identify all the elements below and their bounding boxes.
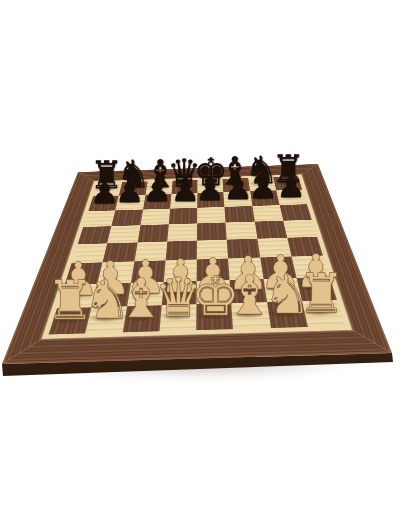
piece-shadow: [93, 185, 117, 191]
white-pawn-c2: ♟: [125, 254, 166, 300]
photo-stage: ♜♞♝♛♚♝♞♜♟♟♟♟♟♟♟♟♟♟♟♟♟♟♟♟♜♞♝♛♚♝♞♜: [0, 0, 400, 520]
piece-shadow: [275, 180, 299, 186]
white-pawn-a2: ♟: [58, 256, 99, 302]
piece-shadow: [51, 315, 84, 324]
piece-shadow: [230, 310, 263, 319]
black-king-e8: ♚: [194, 153, 228, 191]
piece-shadow: [159, 312, 192, 321]
piece-shadow: [88, 314, 121, 323]
piece-shadow: [299, 284, 328, 291]
black-rook-a8: ♜: [90, 157, 124, 195]
black-bishop-c8: ♝: [143, 155, 177, 193]
piece-shadow: [170, 183, 194, 189]
piece-shadow: [198, 196, 218, 201]
black-pawn-e7: ♟: [195, 171, 225, 204]
pieces-layer: ♜♞♝♛♚♝♞♜♟♟♟♟♟♟♟♟♟♟♟♟♟♟♟♟♜♞♝♛♚♝♞♜: [0, 0, 400, 520]
piece-shadow: [122, 313, 155, 322]
piece-shadow: [62, 291, 91, 298]
piece-shadow: [196, 311, 229, 320]
piece-shadow: [118, 199, 138, 204]
white-rook-h1: ♜: [297, 267, 345, 321]
black-pawn-d7: ♟: [170, 172, 200, 205]
black-pawn-g7: ♟: [248, 170, 278, 203]
white-pawn-g2: ♟: [260, 250, 301, 296]
black-pawn-f7: ♟: [223, 170, 253, 203]
piece-shadow: [196, 287, 225, 294]
black-queen-d8: ♛: [167, 154, 201, 192]
white-king-e1: ♚: [191, 270, 239, 324]
white-knight-g1: ♞: [263, 268, 311, 322]
white-pawn-h2: ♟: [295, 249, 336, 295]
piece-shadow: [93, 200, 113, 205]
white-pawn-d2: ♟: [160, 253, 201, 299]
piece-shadow: [94, 290, 123, 297]
piece-shadow: [129, 289, 158, 296]
piece-shadow: [147, 184, 171, 190]
black-knight-g8: ♞: [245, 152, 279, 190]
white-rook-a1: ♜: [46, 274, 94, 328]
black-pawn-a7: ♟: [90, 175, 120, 208]
black-bishop-f8: ♝: [218, 152, 252, 190]
black-pawn-h7: ♟: [276, 169, 306, 202]
piece-shadow: [248, 180, 272, 186]
black-knight-b8: ♞: [116, 156, 150, 194]
white-knight-b1: ♞: [83, 273, 131, 327]
piece-shadow: [302, 308, 335, 317]
white-pawn-b2: ♟: [90, 255, 131, 301]
piece-shadow: [221, 181, 245, 187]
piece-shadow: [268, 309, 301, 318]
black-pawn-c7: ♟: [142, 173, 172, 206]
piece-shadow: [226, 196, 246, 201]
piece-shadow: [120, 185, 144, 191]
black-rook-h8: ♜: [272, 151, 306, 189]
white-bishop-f1: ♝: [226, 269, 274, 323]
piece-shadow: [197, 182, 221, 188]
piece-shadow: [173, 197, 193, 202]
piece-shadow: [279, 194, 299, 199]
piece-shadow: [164, 288, 193, 295]
white-bishop-c1: ♝: [117, 272, 165, 326]
white-queen-d1: ♛: [154, 271, 202, 325]
piece-shadow: [264, 285, 293, 292]
piece-shadow: [145, 198, 165, 203]
piece-shadow: [232, 286, 261, 293]
piece-shadow: [251, 195, 271, 200]
white-pawn-e2: ♟: [192, 252, 233, 298]
black-pawn-b7: ♟: [115, 174, 145, 207]
white-pawn-f2: ♟: [228, 251, 269, 297]
